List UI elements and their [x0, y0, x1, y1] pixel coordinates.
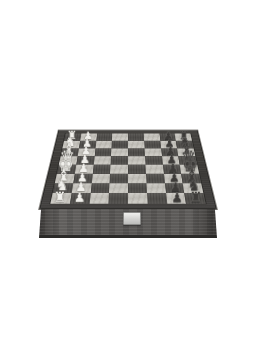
chess-board-3d: ♜♟♟♜♞♟♟♞♝♟♟♝♛♟♟♛♚♟♟♚♝♟♟♝♞♟♟♞♜♟♟♜ [38, 130, 218, 210]
square-g6 [146, 183, 165, 193]
square-g5 [128, 183, 147, 193]
square-d3 [93, 156, 111, 164]
square-b8: ♞ [176, 141, 194, 149]
square-a8: ♜ [175, 133, 192, 140]
square-d2: ♟ [76, 156, 94, 164]
chess-set-product-photo: ♜♟♟♜♞♟♟♞♝♟♟♝♛♟♟♛♚♟♟♚♝♟♟♝♞♟♟♞♜♟♟♜ [38, 98, 218, 238]
square-d1: ♛ [59, 156, 78, 164]
square-f4 [110, 174, 128, 183]
square-h5 [128, 193, 147, 204]
square-c6 [144, 148, 161, 156]
piece-black-rook-a8: ♜ [176, 129, 192, 140]
storage-box-front [39, 208, 217, 238]
square-e2: ♟ [75, 165, 94, 174]
piece-black-pawn-a7: ♟ [160, 130, 176, 141]
square-h6 [147, 193, 167, 204]
square-e4 [110, 165, 128, 174]
square-c7: ♟ [161, 148, 179, 156]
piece-white-pawn-a2: ♟ [80, 130, 96, 141]
square-f6 [146, 174, 165, 183]
square-c2: ♟ [77, 148, 95, 156]
square-g2: ♟ [71, 183, 91, 193]
square-c1: ♝ [61, 148, 79, 156]
piece-white-rook-a1: ♜ [64, 129, 80, 140]
square-e3 [92, 165, 110, 174]
square-d5 [128, 156, 145, 164]
square-b7: ♟ [160, 141, 177, 149]
photo-background: ♜♟♟♜♞♟♟♞♝♟♟♝♛♟♟♛♚♟♟♚♝♟♟♝♞♟♟♞♜♟♟♜ [0, 0, 255, 341]
square-a5 [128, 133, 144, 140]
square-h7: ♟ [166, 193, 187, 204]
square-d7: ♟ [162, 156, 180, 164]
square-d6 [145, 156, 163, 164]
clasp-latch-icon [123, 212, 141, 225]
square-b4 [112, 141, 128, 149]
square-f8: ♝ [181, 174, 201, 183]
square-c4 [111, 148, 128, 156]
square-e6 [145, 165, 163, 174]
square-a4 [112, 133, 128, 140]
square-d4 [111, 156, 128, 164]
square-b5 [128, 141, 144, 149]
square-b1: ♞ [62, 141, 80, 149]
square-h2: ♟ [70, 193, 91, 204]
square-b3 [95, 141, 112, 149]
square-c3 [94, 148, 111, 156]
square-a6 [144, 133, 160, 140]
square-e7: ♟ [163, 165, 182, 174]
square-g4 [109, 183, 128, 193]
square-e5 [128, 165, 146, 174]
piece-white-pawn-h2: ♟ [70, 191, 89, 204]
square-g3 [90, 183, 109, 193]
square-f1: ♝ [55, 174, 75, 183]
square-a7: ♟ [159, 133, 176, 140]
square-g8: ♞ [183, 183, 203, 193]
piece-black-pawn-g7: ♟ [166, 181, 185, 193]
square-e8: ♚ [180, 165, 199, 174]
square-h3 [89, 193, 109, 204]
square-b2: ♟ [79, 141, 96, 149]
square-h8: ♜ [185, 193, 206, 204]
square-a3 [96, 133, 112, 140]
square-a1: ♜ [64, 133, 81, 140]
chess-board-grid: ♜♟♟♜♞♟♟♞♝♟♟♝♛♟♟♛♚♟♟♚♝♟♟♝♞♟♟♞♜♟♟♜ [50, 133, 205, 203]
square-b6 [144, 141, 161, 149]
piece-white-pawn-f2: ♟ [73, 171, 91, 183]
square-g1: ♞ [53, 183, 73, 193]
square-h4 [109, 193, 128, 204]
square-c8: ♝ [177, 148, 195, 156]
square-d8: ♛ [179, 156, 198, 164]
square-g7: ♟ [165, 183, 185, 193]
square-f2: ♟ [73, 174, 92, 183]
square-f5 [128, 174, 146, 183]
square-a2: ♟ [80, 133, 97, 140]
piece-white-pawn-g2: ♟ [71, 181, 90, 193]
square-c5 [128, 148, 145, 156]
square-e1: ♚ [57, 165, 76, 174]
board-frame: ♜♟♟♜♞♟♟♞♝♟♟♝♛♟♟♛♚♟♟♚♝♟♟♝♞♟♟♞♜♟♟♜ [38, 130, 218, 210]
square-f3 [91, 174, 110, 183]
piece-black-pawn-h7: ♟ [167, 191, 186, 204]
square-f7: ♟ [164, 174, 183, 183]
square-h1: ♜ [50, 193, 71, 204]
